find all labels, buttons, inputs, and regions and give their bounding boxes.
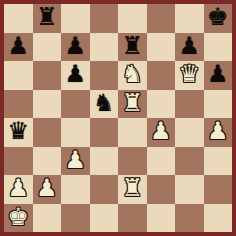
square-g5[interactable] [175,90,204,119]
square-a6[interactable] [4,61,33,90]
square-d2[interactable] [90,175,119,204]
black-queen-a4: ♛ [7,119,29,143]
square-h5[interactable] [204,90,233,119]
square-c3[interactable]: ♟ [61,147,90,176]
square-d1[interactable] [90,204,119,233]
square-d3[interactable] [90,147,119,176]
white-pawn-f4: ♟ [150,119,172,143]
chess-board: ♜♚♟♟♜♟♟♞♛♟♞♜♛♟♟♟♟♟♜♚ [4,4,232,232]
square-h6[interactable]: ♟ [204,61,233,90]
square-c7[interactable]: ♟ [61,33,90,62]
square-d8[interactable] [90,4,119,33]
black-pawn-g7: ♟ [178,34,200,58]
white-rook-e5: ♜ [121,91,143,115]
square-h8[interactable]: ♚ [204,4,233,33]
square-b6[interactable] [33,61,62,90]
white-pawn-a2: ♟ [7,176,29,200]
black-pawn-c6: ♟ [64,62,86,86]
square-e8[interactable] [118,4,147,33]
white-pawn-h4: ♟ [207,119,229,143]
white-pawn-b2: ♟ [36,176,58,200]
white-king-a1: ♚ [7,205,29,229]
square-b4[interactable] [33,118,62,147]
square-g1[interactable] [175,204,204,233]
square-h2[interactable] [204,175,233,204]
square-c1[interactable] [61,204,90,233]
white-knight-e6: ♞ [121,62,143,86]
square-a5[interactable] [4,90,33,119]
square-a3[interactable] [4,147,33,176]
square-g7[interactable]: ♟ [175,33,204,62]
square-h3[interactable] [204,147,233,176]
square-f5[interactable] [147,90,176,119]
black-king-h8: ♚ [207,5,229,29]
square-h4[interactable]: ♟ [204,118,233,147]
square-e7[interactable]: ♜ [118,33,147,62]
square-e2[interactable]: ♜ [118,175,147,204]
square-c4[interactable] [61,118,90,147]
square-d4[interactable] [90,118,119,147]
square-e1[interactable] [118,204,147,233]
square-f3[interactable] [147,147,176,176]
square-c2[interactable] [61,175,90,204]
square-b3[interactable] [33,147,62,176]
square-h7[interactable] [204,33,233,62]
square-g6[interactable]: ♛ [175,61,204,90]
square-f8[interactable] [147,4,176,33]
white-queen-g6: ♛ [178,62,200,86]
white-pawn-c3: ♟ [64,148,86,172]
square-a1[interactable]: ♚ [4,204,33,233]
white-rook-e2: ♜ [121,176,143,200]
black-pawn-a7: ♟ [7,34,29,58]
square-f1[interactable] [147,204,176,233]
square-f6[interactable] [147,61,176,90]
square-d7[interactable] [90,33,119,62]
black-knight-d5: ♞ [93,91,115,115]
black-pawn-h6: ♟ [207,62,229,86]
square-f2[interactable] [147,175,176,204]
square-e3[interactable] [118,147,147,176]
black-rook-e7: ♜ [121,34,143,58]
square-g8[interactable] [175,4,204,33]
square-a4[interactable]: ♛ [4,118,33,147]
square-b8[interactable]: ♜ [33,4,62,33]
square-a8[interactable] [4,4,33,33]
square-f7[interactable] [147,33,176,62]
square-c8[interactable] [61,4,90,33]
chess-board-frame: ♜♚♟♟♜♟♟♞♛♟♞♜♛♟♟♟♟♟♜♚ [0,0,236,236]
square-f4[interactable]: ♟ [147,118,176,147]
square-a2[interactable]: ♟ [4,175,33,204]
square-a7[interactable]: ♟ [4,33,33,62]
square-e5[interactable]: ♜ [118,90,147,119]
square-c6[interactable]: ♟ [61,61,90,90]
square-e6[interactable]: ♞ [118,61,147,90]
square-g3[interactable] [175,147,204,176]
square-e4[interactable] [118,118,147,147]
square-d5[interactable]: ♞ [90,90,119,119]
square-h1[interactable] [204,204,233,233]
square-b7[interactable] [33,33,62,62]
black-pawn-c7: ♟ [64,34,86,58]
square-d6[interactable] [90,61,119,90]
square-g4[interactable] [175,118,204,147]
square-b5[interactable] [33,90,62,119]
square-b2[interactable]: ♟ [33,175,62,204]
square-c5[interactable] [61,90,90,119]
square-b1[interactable] [33,204,62,233]
square-g2[interactable] [175,175,204,204]
black-rook-b8: ♜ [36,5,58,29]
